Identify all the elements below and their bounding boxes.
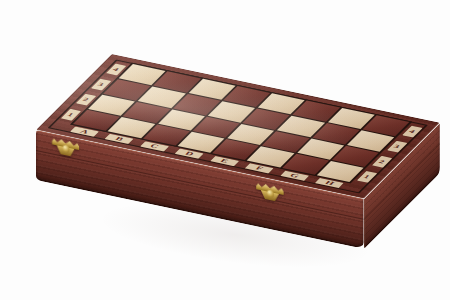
product-photo: A B C D E F G H 4 3 2 1 4 3 2 1: [0, 0, 450, 300]
brass-latch-left: [51, 136, 81, 160]
brass-latch-right: [255, 181, 285, 205]
